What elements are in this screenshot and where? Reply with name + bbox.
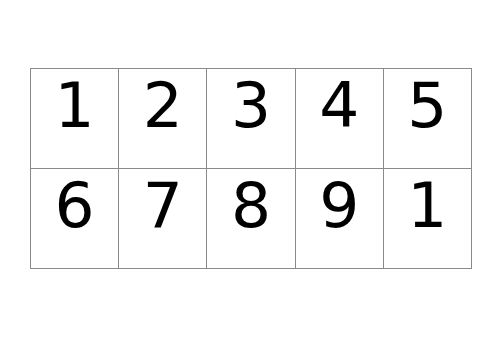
page: 1 2 3 4 5 6 7 8 9 1 xyxy=(0,0,500,353)
grid-cell-r2c2: 7 xyxy=(119,169,207,269)
grid-cell-r1c1: 1 xyxy=(31,69,119,169)
grid-cell-r2c4: 9 xyxy=(296,169,384,269)
grid-cell-r2c5: 1 xyxy=(384,169,472,269)
grid-cell-r1c5: 5 xyxy=(384,69,472,169)
grid-cell-r1c2: 2 xyxy=(119,69,207,169)
grid-cell-r2c3: 8 xyxy=(207,169,295,269)
number-grid: 1 2 3 4 5 6 7 8 9 1 xyxy=(30,68,472,269)
grid-cell-r2c1: 6 xyxy=(31,169,119,269)
grid-cell-r1c3: 3 xyxy=(207,69,295,169)
grid-cell-r1c4: 4 xyxy=(296,69,384,169)
